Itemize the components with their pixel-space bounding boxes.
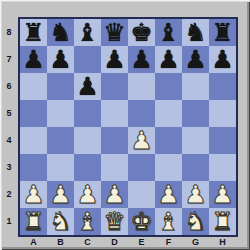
square-d6[interactable] — [101, 73, 128, 100]
black-knight-g8: ♞ — [184, 20, 206, 45]
square-f7[interactable]: ♟ — [155, 46, 182, 73]
square-b1[interactable]: ♞ — [47, 208, 74, 235]
white-knight-b1: ♞ — [49, 209, 71, 234]
square-c8[interactable]: ♝ — [74, 19, 101, 46]
black-pawn-f7: ♟ — [157, 47, 179, 72]
black-knight-b8: ♞ — [49, 20, 71, 45]
square-f8[interactable]: ♝ — [155, 19, 182, 46]
rank-label-6: 6 — [0, 73, 18, 100]
square-g8[interactable]: ♞ — [182, 19, 209, 46]
square-e8[interactable]: ♚ — [128, 19, 155, 46]
black-pawn-a7: ♟ — [22, 47, 44, 72]
file-label-e: E — [128, 236, 155, 249]
square-b8[interactable]: ♞ — [47, 19, 74, 46]
black-rook-h8: ♜ — [211, 20, 233, 45]
square-h6[interactable] — [209, 73, 236, 100]
black-pawn-g7: ♟ — [184, 47, 206, 72]
white-rook-a1: ♜ — [22, 209, 44, 234]
square-h5[interactable] — [209, 100, 236, 127]
square-f5[interactable] — [155, 100, 182, 127]
square-f3[interactable] — [155, 154, 182, 181]
square-a1[interactable]: ♜ — [20, 208, 47, 235]
white-pawn-e4: ♟ — [130, 128, 152, 153]
file-label-c: C — [74, 236, 101, 249]
rank-label-5: 5 — [0, 100, 18, 127]
white-pawn-b2: ♟ — [49, 182, 71, 207]
square-a7[interactable]: ♟ — [20, 46, 47, 73]
square-b4[interactable] — [47, 127, 74, 154]
black-pawn-b7: ♟ — [49, 47, 71, 72]
square-d7[interactable]: ♟ — [101, 46, 128, 73]
square-a5[interactable] — [20, 100, 47, 127]
square-g2[interactable]: ♟ — [182, 181, 209, 208]
square-a8[interactable]: ♜ — [20, 19, 47, 46]
square-d2[interactable]: ♟ — [101, 181, 128, 208]
square-b2[interactable]: ♟ — [47, 181, 74, 208]
square-b5[interactable] — [47, 100, 74, 127]
square-d5[interactable] — [101, 100, 128, 127]
black-rook-a8: ♜ — [22, 20, 44, 45]
black-pawn-h7: ♟ — [211, 47, 233, 72]
white-pawn-d2: ♟ — [103, 182, 125, 207]
square-e7[interactable]: ♟ — [128, 46, 155, 73]
file-label-g: G — [182, 236, 209, 249]
square-c1[interactable]: ♝ — [74, 208, 101, 235]
file-labels: ABCDEFGH — [20, 236, 236, 249]
rank-labels: 87654321 — [0, 19, 18, 235]
square-d3[interactable] — [101, 154, 128, 181]
file-label-d: D — [101, 236, 128, 249]
file-label-h: H — [209, 236, 236, 249]
black-pawn-c6: ♟ — [76, 74, 98, 99]
black-bishop-c8: ♝ — [76, 20, 98, 45]
square-h7[interactable]: ♟ — [209, 46, 236, 73]
square-g1[interactable]: ♞ — [182, 208, 209, 235]
black-queen-d8: ♛ — [103, 20, 125, 45]
rank-label-3: 3 — [0, 154, 18, 181]
square-e1[interactable]: ♚ — [128, 208, 155, 235]
square-e3[interactable] — [128, 154, 155, 181]
square-g5[interactable] — [182, 100, 209, 127]
square-h1[interactable]: ♜ — [209, 208, 236, 235]
square-f6[interactable] — [155, 73, 182, 100]
black-pawn-d7: ♟ — [103, 47, 125, 72]
square-a2[interactable]: ♟ — [20, 181, 47, 208]
square-c4[interactable] — [74, 127, 101, 154]
square-b6[interactable] — [47, 73, 74, 100]
square-a6[interactable] — [20, 73, 47, 100]
square-f1[interactable]: ♝ — [155, 208, 182, 235]
white-pawn-a2: ♟ — [22, 182, 44, 207]
file-label-b: B — [47, 236, 74, 249]
file-label-a: A — [20, 236, 47, 249]
white-pawn-c2: ♟ — [76, 182, 98, 207]
square-g4[interactable] — [182, 127, 209, 154]
square-g7[interactable]: ♟ — [182, 46, 209, 73]
square-h4[interactable] — [209, 127, 236, 154]
square-c7[interactable] — [74, 46, 101, 73]
file-label-f: F — [155, 236, 182, 249]
square-e2[interactable] — [128, 181, 155, 208]
square-f2[interactable]: ♟ — [155, 181, 182, 208]
rank-label-4: 4 — [0, 127, 18, 154]
white-knight-g1: ♞ — [184, 209, 206, 234]
square-d8[interactable]: ♛ — [101, 19, 128, 46]
black-bishop-f8: ♝ — [157, 20, 179, 45]
square-a4[interactable] — [20, 127, 47, 154]
white-king-e1: ♚ — [130, 209, 152, 234]
square-e4[interactable]: ♟ — [128, 127, 155, 154]
white-pawn-g2: ♟ — [184, 182, 206, 207]
square-f4[interactable] — [155, 127, 182, 154]
square-d4[interactable] — [101, 127, 128, 154]
chess-board: ♜♞♝♛♚♝♞♜♟♟♟♟♟♟♟♟♟♟♟♟♟♟♟♟♜♞♝♛♚♝♞♜ — [20, 19, 236, 235]
square-c5[interactable] — [74, 100, 101, 127]
square-e6[interactable] — [128, 73, 155, 100]
white-rook-h1: ♜ — [211, 209, 233, 234]
square-g6[interactable] — [182, 73, 209, 100]
white-bishop-f1: ♝ — [157, 209, 179, 234]
white-bishop-c1: ♝ — [76, 209, 98, 234]
white-queen-d1: ♛ — [103, 209, 125, 234]
square-d1[interactable]: ♛ — [101, 208, 128, 235]
square-h3[interactable] — [209, 154, 236, 181]
square-a3[interactable] — [20, 154, 47, 181]
white-pawn-f2: ♟ — [157, 182, 179, 207]
square-c2[interactable]: ♟ — [74, 181, 101, 208]
board-border: ♜♞♝♛♚♝♞♜♟♟♟♟♟♟♟♟♟♟♟♟♟♟♟♟♜♞♝♛♚♝♞♜ — [18, 17, 238, 237]
rank-label-7: 7 — [0, 46, 18, 73]
black-king-e8: ♚ — [130, 20, 152, 45]
rank-label-8: 8 — [0, 19, 18, 46]
rank-label-2: 2 — [0, 181, 18, 208]
square-c3[interactable] — [74, 154, 101, 181]
square-c6[interactable]: ♟ — [74, 73, 101, 100]
white-pawn-h2: ♟ — [211, 182, 233, 207]
square-g3[interactable] — [182, 154, 209, 181]
black-pawn-e7: ♟ — [130, 47, 152, 72]
square-b7[interactable]: ♟ — [47, 46, 74, 73]
square-b3[interactable] — [47, 154, 74, 181]
square-h2[interactable]: ♟ — [209, 181, 236, 208]
rank-label-1: 1 — [0, 208, 18, 235]
square-e5[interactable] — [128, 100, 155, 127]
square-h8[interactable]: ♜ — [209, 19, 236, 46]
